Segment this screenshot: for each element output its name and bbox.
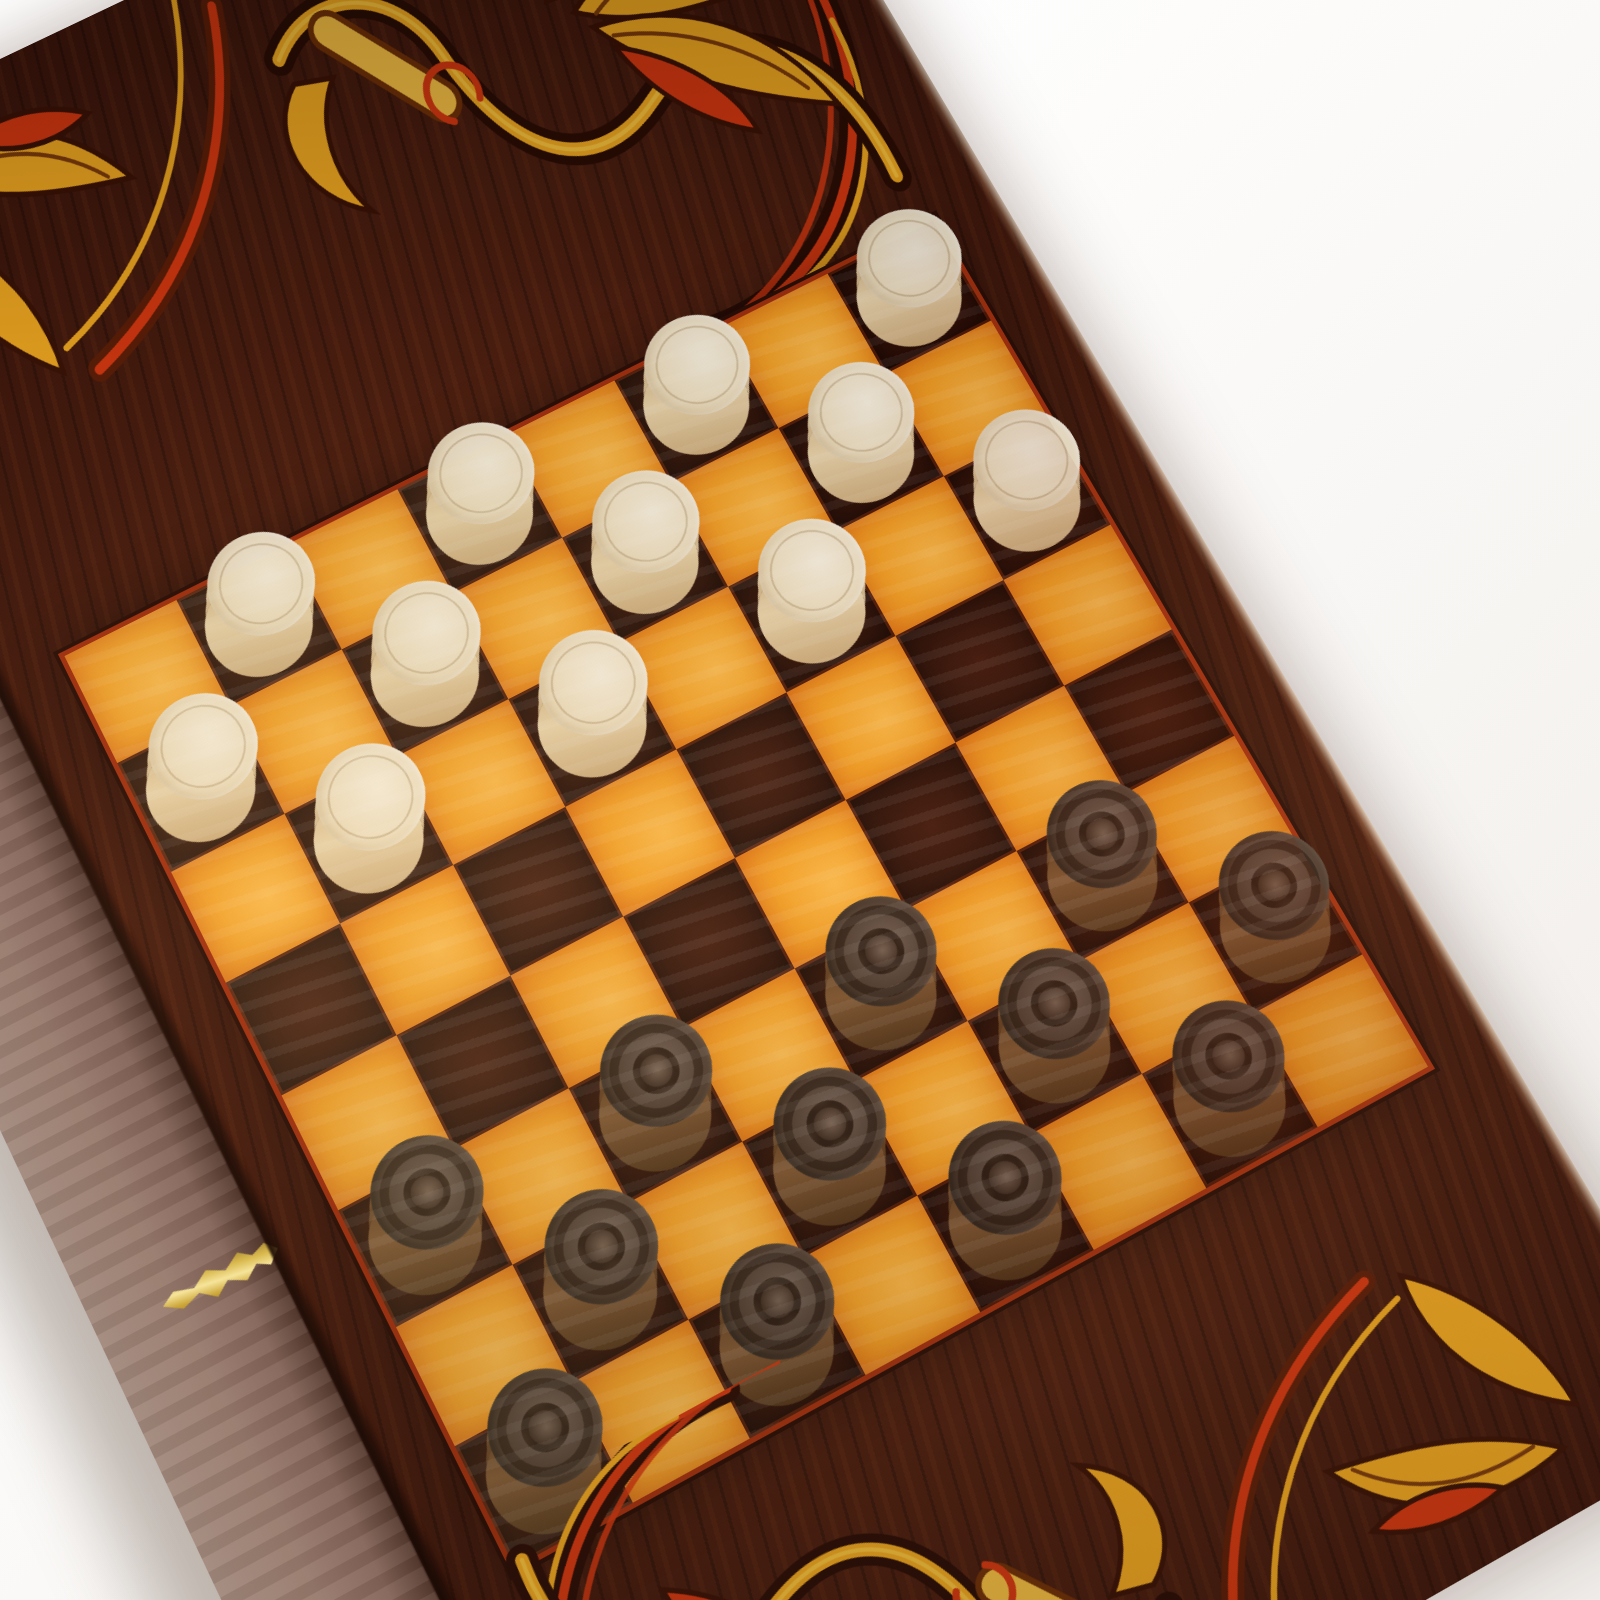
- product-photo-scene: [0, 0, 1600, 1600]
- black-checker-h8[interactable]: [466, 1394, 621, 1555]
- game-box-lid: [0, 0, 1600, 1600]
